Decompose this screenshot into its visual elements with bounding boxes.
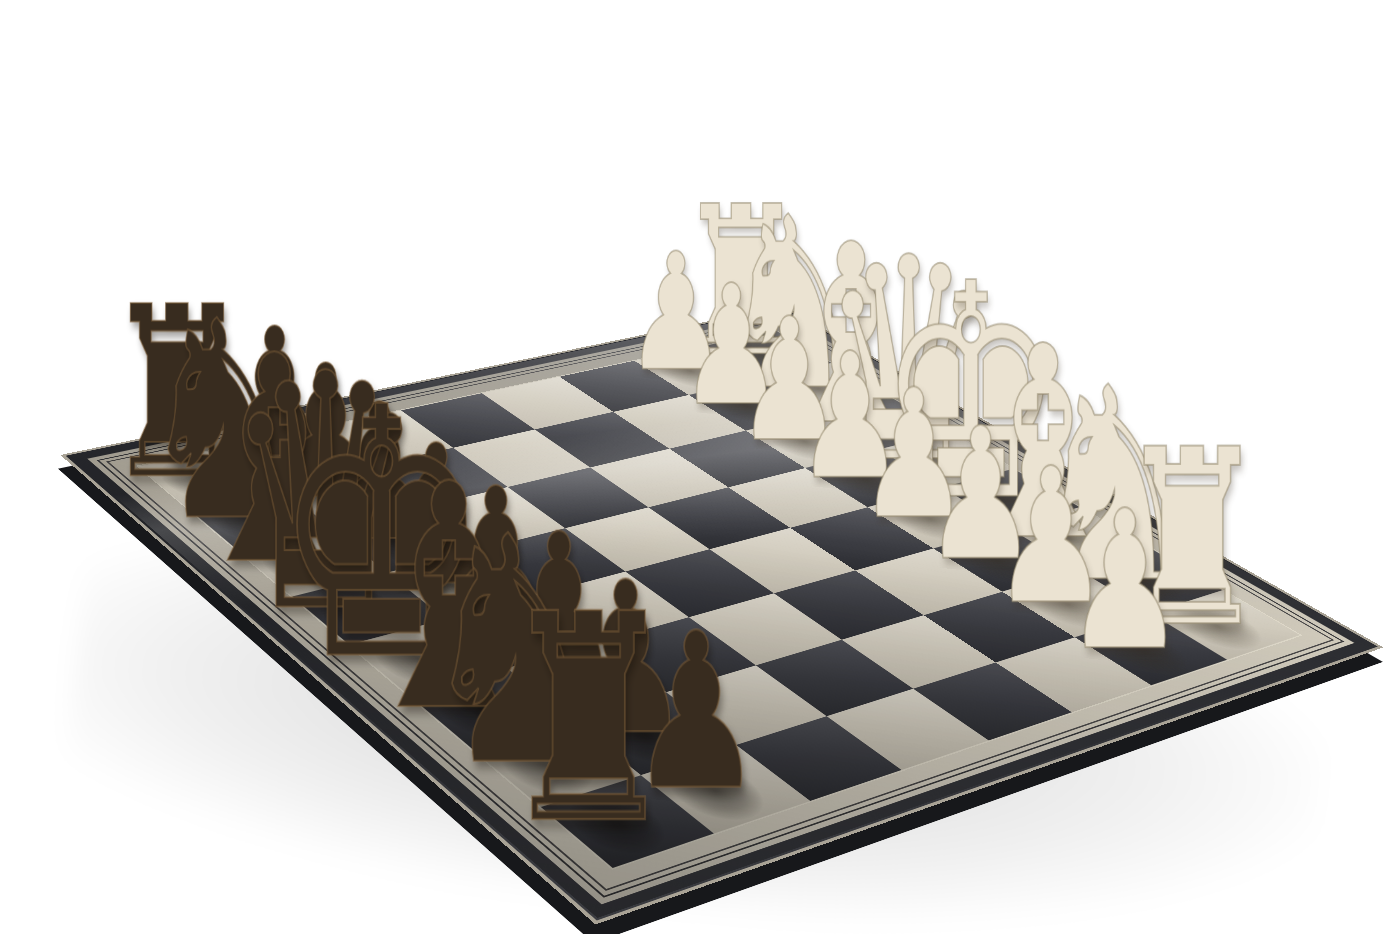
chess-set-photo: ♜♞♝♛♚♝♞♜♟♟♟♟♟♟♟♟♟♟♟♟♟♟♟♟♜♞♝♛♚♝♞♜	[0, 0, 1400, 934]
